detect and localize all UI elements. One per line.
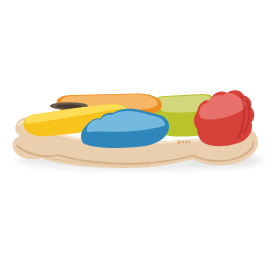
brand-stamp: goki [177, 139, 190, 144]
product-photo: goki [0, 0, 270, 270]
puzzle-photo-svg: goki [0, 0, 270, 270]
